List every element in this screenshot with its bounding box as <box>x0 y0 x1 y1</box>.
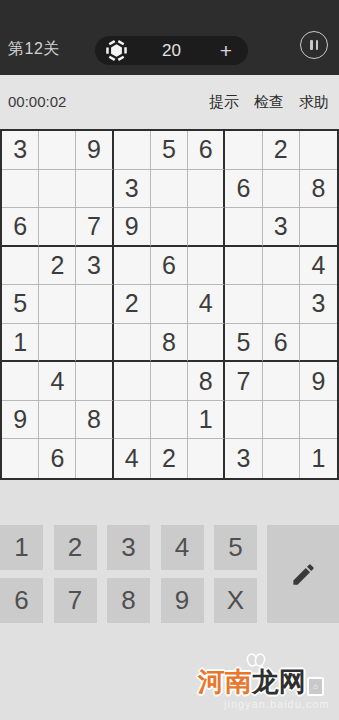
key-1[interactable]: 1 <box>0 525 43 570</box>
sudoku-cell-r1c2[interactable] <box>39 131 76 170</box>
sudoku-cell-r6c9[interactable] <box>300 324 337 363</box>
sudoku-cell-r1c6[interactable]: 6 <box>188 131 225 170</box>
gem-counter: 20 + <box>95 36 248 65</box>
sudoku-app: 第12关 20 + 00:00:02 提示 检查 求助 395623686793… <box>0 0 339 720</box>
sudoku-grid: 395623686793236452431856487998164231 <box>0 129 339 480</box>
sudoku-cell-r2c1[interactable] <box>2 170 39 209</box>
sudoku-cell-r3c3[interactable]: 7 <box>76 208 113 247</box>
sudoku-cell-r7c3[interactable] <box>76 362 113 401</box>
sudoku-cell-r6c8[interactable]: 6 <box>263 324 300 363</box>
sudoku-cell-r8c3[interactable]: 8 <box>76 401 113 440</box>
keypad-row: 6789X <box>0 578 257 623</box>
sudoku-cell-r9c4[interactable]: 4 <box>114 439 151 478</box>
sudoku-cell-r1c3[interactable]: 9 <box>76 131 113 170</box>
sudoku-cell-r3c7[interactable] <box>225 208 262 247</box>
pencil-icon <box>290 561 317 588</box>
sudoku-cell-r1c8[interactable]: 2 <box>263 131 300 170</box>
hint-button[interactable]: 提示 <box>209 93 239 112</box>
sudoku-cell-r5c6[interactable]: 4 <box>188 285 225 324</box>
sudoku-cell-r9c9[interactable]: 1 <box>300 439 337 478</box>
sudoku-cell-r6c1[interactable]: 1 <box>2 324 39 363</box>
sudoku-cell-r6c5[interactable]: 8 <box>151 324 188 363</box>
sudoku-cell-r7c6[interactable]: 8 <box>188 362 225 401</box>
key-5[interactable]: 5 <box>214 525 257 570</box>
watermark-prefix: 河南 <box>198 667 252 697</box>
sudoku-cell-r7c7[interactable]: 7 <box>225 362 262 401</box>
sudoku-cell-r4c4[interactable] <box>114 247 151 286</box>
key-6[interactable]: 6 <box>0 578 43 623</box>
sudoku-cell-r5c9[interactable]: 3 <box>300 285 337 324</box>
sudoku-cell-r7c9[interactable]: 9 <box>300 362 337 401</box>
sudoku-cell-r3c5[interactable] <box>151 208 188 247</box>
pencil-mode-button[interactable] <box>267 525 339 623</box>
watermark-text: 河南龙网⌂ <box>198 664 324 700</box>
sudoku-cell-r5c3[interactable] <box>76 285 113 324</box>
toolbar-menu: 提示 检查 求助 <box>209 75 329 129</box>
sudoku-cell-r8c9[interactable] <box>300 401 337 440</box>
help-button[interactable]: 求助 <box>299 93 329 112</box>
keypad: 123456789X <box>0 525 339 623</box>
sudoku-cell-r4c2[interactable]: 2 <box>39 247 76 286</box>
sudoku-cell-r2c3[interactable] <box>76 170 113 209</box>
sudoku-cell-r6c4[interactable] <box>114 324 151 363</box>
sudoku-cell-r7c2[interactable]: 4 <box>39 362 76 401</box>
sudoku-cell-r5c7[interactable] <box>225 285 262 324</box>
sudoku-cell-r5c5[interactable] <box>151 285 188 324</box>
sudoku-cell-r7c4[interactable] <box>114 362 151 401</box>
sudoku-cell-r9c8[interactable] <box>263 439 300 478</box>
sudoku-cell-r2c8[interactable] <box>263 170 300 209</box>
sudoku-cell-r4c3[interactable]: 3 <box>76 247 113 286</box>
timer: 00:00:02 <box>8 75 66 129</box>
watermark-subtitle: jingyan.baidu.com <box>224 698 330 710</box>
level-label: 第12关 <box>8 39 60 60</box>
sudoku-cell-r5c4[interactable]: 2 <box>114 285 151 324</box>
sudoku-cell-r9c2[interactable]: 6 <box>39 439 76 478</box>
watermark-suffix: 龙网 <box>252 667 306 697</box>
sudoku-cell-r2c6[interactable] <box>188 170 225 209</box>
sudoku-cell-r2c2[interactable] <box>39 170 76 209</box>
sudoku-cell-r5c2[interactable] <box>39 285 76 324</box>
sudoku-cell-r4c6[interactable] <box>188 247 225 286</box>
sudoku-cell-r8c1[interactable]: 9 <box>2 401 39 440</box>
sudoku-cell-r6c3[interactable] <box>76 324 113 363</box>
sudoku-cell-r5c8[interactable] <box>263 285 300 324</box>
sudoku-cell-r9c6[interactable] <box>188 439 225 478</box>
pause-button[interactable] <box>300 31 328 59</box>
sudoku-cell-r4c1[interactable] <box>2 247 39 286</box>
sudoku-cell-r1c9[interactable] <box>300 131 337 170</box>
paw-icon <box>245 653 267 667</box>
watermark-badge-icon: ⌂ <box>307 677 324 696</box>
check-button[interactable]: 检查 <box>254 93 284 112</box>
sudoku-cell-r3c9[interactable] <box>300 208 337 247</box>
add-gems-button[interactable]: + <box>216 36 236 65</box>
key-3[interactable]: 3 <box>107 525 150 570</box>
sudoku-cell-r3c1[interactable]: 6 <box>2 208 39 247</box>
sudoku-cell-r3c4[interactable]: 9 <box>114 208 151 247</box>
sudoku-cell-r8c4[interactable] <box>114 401 151 440</box>
sudoku-cell-r4c7[interactable] <box>225 247 262 286</box>
top-bar: 第12关 20 + <box>0 0 339 75</box>
sudoku-cell-r8c8[interactable] <box>263 401 300 440</box>
sudoku-cell-r1c1[interactable]: 3 <box>2 131 39 170</box>
sudoku-cell-r2c7[interactable]: 6 <box>225 170 262 209</box>
sudoku-cell-r4c9[interactable]: 4 <box>300 247 337 286</box>
key-7[interactable]: 7 <box>54 578 97 623</box>
sudoku-cell-r1c5[interactable]: 5 <box>151 131 188 170</box>
sudoku-cell-r8c6[interactable]: 1 <box>188 401 225 440</box>
sudoku-cell-r9c1[interactable] <box>2 439 39 478</box>
sudoku-cell-r3c2[interactable] <box>39 208 76 247</box>
sudoku-cell-r9c7[interactable]: 3 <box>225 439 262 478</box>
sudoku-cell-r8c2[interactable] <box>39 401 76 440</box>
sudoku-cell-r1c4[interactable] <box>114 131 151 170</box>
key-4[interactable]: 4 <box>161 525 204 570</box>
sudoku-cell-r9c3[interactable] <box>76 439 113 478</box>
pause-icon <box>310 40 313 50</box>
sudoku-cell-r2c5[interactable] <box>151 170 188 209</box>
sudoku-cell-r5c1[interactable]: 5 <box>2 285 39 324</box>
keypad-keys: 123456789X <box>0 525 257 623</box>
sudoku-cell-r2c4[interactable]: 3 <box>114 170 151 209</box>
key-8[interactable]: 8 <box>107 578 150 623</box>
sudoku-cell-r7c1[interactable] <box>2 362 39 401</box>
sudoku-cell-r6c6[interactable] <box>188 324 225 363</box>
game-toolbar: 00:00:02 提示 检查 求助 <box>0 75 339 129</box>
keypad-row: 12345 <box>0 525 257 570</box>
sudoku-cell-r6c7[interactable]: 5 <box>225 324 262 363</box>
key-2[interactable]: 2 <box>54 525 97 570</box>
sudoku-cell-r2c9[interactable]: 8 <box>300 170 337 209</box>
key-X[interactable]: X <box>214 578 257 623</box>
sudoku-cell-r9c5[interactable]: 2 <box>151 439 188 478</box>
sudoku-cell-r7c8[interactable] <box>263 362 300 401</box>
sudoku-cell-r6c2[interactable] <box>39 324 76 363</box>
sudoku-cell-r4c5[interactable]: 6 <box>151 247 188 286</box>
key-9[interactable]: 9 <box>161 578 204 623</box>
sudoku-cell-r8c5[interactable] <box>151 401 188 440</box>
sudoku-cell-r4c8[interactable] <box>263 247 300 286</box>
sudoku-cell-r7c5[interactable] <box>151 362 188 401</box>
sudoku-cell-r3c8[interactable]: 3 <box>263 208 300 247</box>
sudoku-cell-r8c7[interactable] <box>225 401 262 440</box>
sudoku-cell-r1c7[interactable] <box>225 131 262 170</box>
sudoku-cell-r3c6[interactable] <box>188 208 225 247</box>
